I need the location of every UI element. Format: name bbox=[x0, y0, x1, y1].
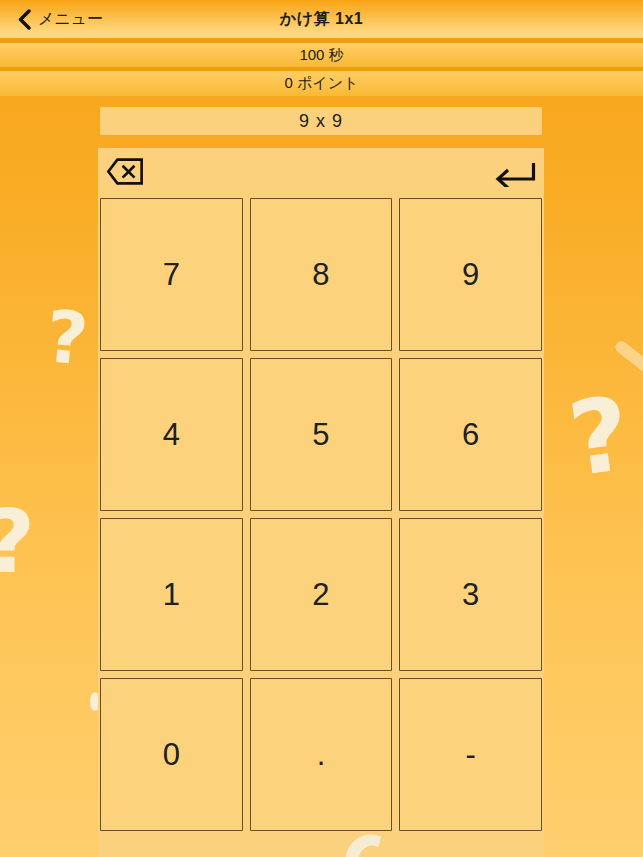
key-0[interactable]: 0 bbox=[100, 678, 243, 831]
key-9[interactable]: 9 bbox=[399, 198, 542, 351]
key-7[interactable]: 7 bbox=[100, 198, 243, 351]
key-1[interactable]: 1 bbox=[100, 518, 243, 671]
points-value: 0 ポイント bbox=[285, 74, 359, 93]
return-icon bbox=[494, 157, 536, 190]
multiplication-quiz-screen: { "game": "multiplication-quiz (kakezan … bbox=[0, 0, 643, 857]
key-2[interactable]: 2 bbox=[250, 518, 393, 671]
chevron-left-icon bbox=[18, 9, 31, 30]
key-minus[interactable]: - bbox=[399, 678, 542, 831]
key-6[interactable]: 6 bbox=[399, 358, 542, 511]
enter-answer-button[interactable] bbox=[494, 157, 536, 190]
problem-text: 9 x 9 bbox=[299, 111, 343, 132]
question-mark-decoration: ? bbox=[563, 382, 636, 491]
key-8[interactable]: 8 bbox=[250, 198, 393, 351]
points-bar: 0 ポイント bbox=[0, 71, 643, 96]
timer-bar: 100 秒 bbox=[0, 43, 643, 67]
entry-toolbar bbox=[98, 148, 544, 198]
back-button-label: メニュー bbox=[38, 9, 103, 30]
backspace-icon bbox=[106, 157, 144, 189]
navigation-bar: メニュー かけ算 1x1 bbox=[0, 0, 643, 38]
back-to-menu-button[interactable]: メニュー bbox=[18, 0, 103, 38]
question-mark-decoration: ? bbox=[0, 498, 35, 586]
timer-value: 100 秒 bbox=[299, 46, 343, 65]
question-mark-decoration: ? bbox=[43, 300, 91, 375]
answer-panel: 7 8 9 4 5 6 1 2 3 0 . - bbox=[98, 148, 544, 857]
key-4[interactable]: 4 bbox=[100, 358, 243, 511]
number-keypad: 7 8 9 4 5 6 1 2 3 0 . - bbox=[98, 198, 544, 831]
key-5[interactable]: 5 bbox=[250, 358, 393, 511]
page-title: かけ算 1x1 bbox=[280, 9, 363, 30]
backspace-button[interactable] bbox=[106, 157, 144, 189]
question-mark-fragment-decoration bbox=[613, 339, 643, 376]
key-3[interactable]: 3 bbox=[399, 518, 542, 671]
key-decimal[interactable]: . bbox=[250, 678, 393, 831]
problem-display: 9 x 9 bbox=[100, 107, 542, 135]
